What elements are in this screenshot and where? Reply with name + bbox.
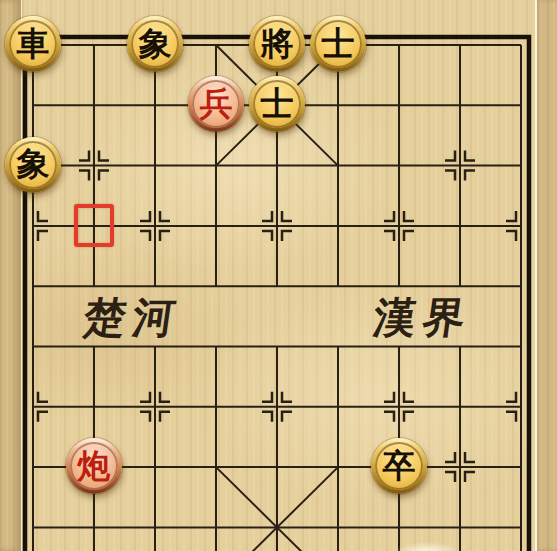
piece-black-elephant[interactable]: 象	[127, 16, 183, 72]
piece-black-advisor[interactable]: 士	[249, 76, 305, 132]
piece-glyph: 士	[261, 88, 294, 121]
wood-grain-highlight	[395, 542, 459, 551]
piece-glyph: 兵	[200, 88, 233, 121]
last-move-highlight	[74, 204, 114, 247]
river-label-chu-he: 楚河	[81, 297, 185, 339]
piece-glyph: 象	[17, 148, 50, 181]
piece-glyph: 車	[17, 28, 50, 61]
piece-black-elephant[interactable]: 象	[5, 137, 61, 193]
piece-black-general[interactable]: 將	[249, 16, 305, 72]
piece-glyph: 卒	[383, 450, 416, 483]
piece-red-soldier[interactable]: 兵	[188, 76, 244, 132]
piece-black-chariot[interactable]: 車	[5, 16, 61, 72]
piece-black-soldier[interactable]: 卒	[371, 438, 427, 494]
piece-glyph: 將	[261, 28, 294, 61]
piece-glyph: 炮	[78, 450, 111, 483]
xiangqi-board: 楚河 漢界 車象將士兵士象炮卒	[0, 0, 557, 551]
river-label-han-jie: 漢界	[371, 297, 475, 339]
piece-black-advisor[interactable]: 士	[310, 16, 366, 72]
piece-red-cannon[interactable]: 炮	[66, 438, 122, 494]
piece-glyph: 士	[322, 28, 355, 61]
piece-glyph: 象	[139, 28, 172, 61]
